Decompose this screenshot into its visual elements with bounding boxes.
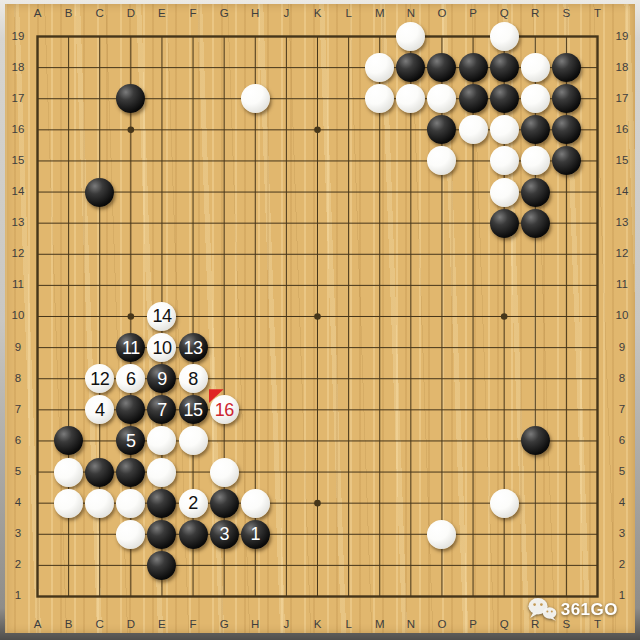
- column-label: H: [245, 7, 265, 19]
- stone-black: [210, 489, 239, 518]
- row-label: 19: [610, 30, 634, 42]
- column-label: C: [90, 618, 110, 630]
- stone-black: [521, 426, 550, 455]
- column-label: P: [463, 618, 483, 630]
- stone-white: [210, 458, 239, 487]
- stone-white: [490, 178, 519, 207]
- stone-white: [116, 520, 145, 549]
- column-label: M: [370, 618, 390, 630]
- stone-black: 11: [116, 333, 145, 362]
- stone-white: 4: [85, 395, 114, 424]
- stone-black: 5: [116, 426, 145, 455]
- column-label: Q: [494, 7, 514, 19]
- row-label: 2: [610, 558, 634, 570]
- column-label: B: [59, 7, 79, 19]
- column-label: P: [463, 7, 483, 19]
- stone-black: [147, 551, 176, 580]
- stone-white: 8: [179, 364, 208, 393]
- row-label: 4: [610, 496, 634, 508]
- column-label: K: [307, 7, 327, 19]
- stone-black: [116, 395, 145, 424]
- stone-black: [490, 209, 519, 238]
- stone-white: [85, 489, 114, 518]
- column-label: E: [152, 618, 172, 630]
- stone-white: [427, 146, 456, 175]
- column-label: N: [401, 618, 421, 630]
- column-label: G: [214, 618, 234, 630]
- stone-white: [116, 489, 145, 518]
- move-number: 4: [95, 401, 105, 419]
- stone-black: 15: [179, 395, 208, 424]
- column-label: D: [121, 618, 141, 630]
- stone-black: [116, 84, 145, 113]
- column-label: T: [587, 7, 607, 19]
- column-label: C: [90, 7, 110, 19]
- stone-black: [85, 178, 114, 207]
- move-number: 12: [90, 370, 109, 388]
- row-label: 6: [610, 434, 634, 446]
- stone-black: [552, 53, 581, 82]
- stone-white: 10: [147, 333, 176, 362]
- stone-white: [490, 115, 519, 144]
- stone-black: [427, 115, 456, 144]
- column-label: F: [183, 618, 203, 630]
- row-label: 8: [610, 372, 634, 384]
- stone-white: [179, 426, 208, 455]
- stone-white: [490, 489, 519, 518]
- move-number: 5: [126, 432, 136, 450]
- column-label: L: [339, 618, 359, 630]
- row-label: 18: [610, 61, 634, 73]
- stone-black: [179, 520, 208, 549]
- stone-black: [552, 115, 581, 144]
- column-label: N: [401, 7, 421, 19]
- watermark-text: 361GO: [561, 600, 618, 620]
- watermark: 361GO: [527, 597, 618, 622]
- move-number: 11: [122, 339, 140, 357]
- stone-black: [459, 84, 488, 113]
- stone-black: 7: [147, 395, 176, 424]
- move-number: 3: [219, 525, 229, 543]
- stone-white: 14: [147, 302, 176, 331]
- go-board[interactable]: ABCDEFGHJKLMNOPQRST ABCDEFGHJKLMNOPQRST …: [5, 4, 635, 633]
- stone-white: [54, 458, 83, 487]
- row-label: 12: [610, 247, 634, 259]
- stone-black: [459, 53, 488, 82]
- stone-black: [490, 84, 519, 113]
- move-number: 7: [157, 401, 167, 419]
- stone-white: [147, 426, 176, 455]
- stone-black: [147, 489, 176, 518]
- stone-black: [116, 458, 145, 487]
- stone-white: 12: [85, 364, 114, 393]
- stone-black: 3: [210, 520, 239, 549]
- row-label: 17: [610, 92, 634, 104]
- column-label: F: [183, 7, 203, 19]
- stone-black: [552, 146, 581, 175]
- stone-white: [521, 53, 550, 82]
- column-label: K: [307, 618, 327, 630]
- stone-white: [521, 84, 550, 113]
- row-label: 16: [610, 123, 634, 135]
- stone-white: [241, 489, 270, 518]
- stone-black: [147, 520, 176, 549]
- move-number: 15: [184, 401, 203, 419]
- stone-black: [54, 426, 83, 455]
- row-label: 10: [610, 309, 634, 321]
- column-label: E: [152, 7, 172, 19]
- stone-black: [552, 84, 581, 113]
- stone-white: [365, 53, 394, 82]
- column-label: D: [121, 7, 141, 19]
- column-label: L: [339, 7, 359, 19]
- column-label: G: [214, 7, 234, 19]
- stone-white: [241, 84, 270, 113]
- stone-black: 13: [179, 333, 208, 362]
- stone-white: [490, 22, 519, 51]
- column-label: O: [432, 618, 452, 630]
- column-label: R: [525, 7, 545, 19]
- column-label: J: [276, 618, 296, 630]
- move-number: 13: [184, 339, 203, 357]
- stone-white: [147, 458, 176, 487]
- stone-black: [521, 115, 550, 144]
- move-number: 1: [250, 525, 260, 543]
- stone-black: [490, 53, 519, 82]
- stone-black: [521, 209, 550, 238]
- move-number: 14: [152, 307, 171, 325]
- stone-white: [459, 115, 488, 144]
- stone-white: 16: [210, 395, 239, 424]
- stone-white: [490, 146, 519, 175]
- row-label: 7: [610, 403, 634, 415]
- row-label: 14: [610, 185, 634, 197]
- column-label: H: [245, 618, 265, 630]
- stone-white: [396, 22, 425, 51]
- column-label: Q: [494, 618, 514, 630]
- column-label: A: [28, 618, 48, 630]
- screenshot-frame: ABCDEFGHJKLMNOPQRST ABCDEFGHJKLMNOPQRST …: [0, 0, 640, 640]
- row-label: 5: [610, 465, 634, 477]
- move-number: 10: [152, 339, 171, 357]
- move-number: 16: [215, 401, 234, 419]
- move-number: 2: [188, 494, 198, 512]
- stone-white: [54, 489, 83, 518]
- column-label: B: [59, 618, 79, 630]
- move-number: 9: [157, 370, 167, 388]
- stone-black: 9: [147, 364, 176, 393]
- stone-black: 1: [241, 520, 270, 549]
- stone-black: [427, 53, 456, 82]
- stone-white: 2: [179, 489, 208, 518]
- row-label: 3: [610, 527, 634, 539]
- stone-white: [427, 84, 456, 113]
- column-label: S: [556, 7, 576, 19]
- wechat-icon: [527, 597, 557, 622]
- stones-layer: 14111013126984715165231: [22, 21, 613, 612]
- row-label: 9: [610, 341, 634, 353]
- column-label: A: [28, 7, 48, 19]
- stone-white: [396, 84, 425, 113]
- row-label: 15: [610, 154, 634, 166]
- move-number: 8: [188, 370, 198, 388]
- column-label: J: [276, 7, 296, 19]
- stone-white: [427, 520, 456, 549]
- row-label: 13: [610, 216, 634, 228]
- column-label: M: [370, 7, 390, 19]
- stone-black: [85, 458, 114, 487]
- stone-white: [521, 146, 550, 175]
- row-label: 11: [610, 278, 634, 290]
- stone-white: 6: [116, 364, 145, 393]
- stone-white: [365, 84, 394, 113]
- column-label: O: [432, 7, 452, 19]
- stone-black: [521, 178, 550, 207]
- move-number: 6: [126, 370, 136, 388]
- stone-black: [396, 53, 425, 82]
